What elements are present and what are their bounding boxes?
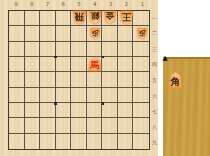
rank-label: 六 <box>151 88 159 104</box>
file-label: 4 <box>87 0 103 9</box>
pieces-layer: 飛銀金王歩歩馬 <box>8 10 150 150</box>
rank-label: 五 <box>151 72 159 88</box>
shogi-piece-3一[interactable]: 金 <box>103 10 119 26</box>
hand-piece-kanji: 角 <box>171 77 181 87</box>
shogi-piece-5一[interactable]: 飛 <box>71 10 87 26</box>
shogi-piece-1二[interactable]: 歩 <box>134 26 150 42</box>
shogi-board-background: 987654321 一二三四五六七八九 飛銀金王歩歩馬 <box>0 0 158 156</box>
rank-label: 三 <box>151 41 159 57</box>
komadai: 角 <box>163 57 210 156</box>
piece-kanji: 歩 <box>91 29 98 36</box>
file-label: 1 <box>134 0 150 9</box>
rank-label: 七 <box>151 103 159 119</box>
piece-kanji: 銀 <box>91 12 100 21</box>
sente-marker-icon: ▲ <box>163 55 168 62</box>
file-label: 3 <box>103 0 119 9</box>
piece-kanji: 飛 <box>75 12 84 21</box>
file-label: 2 <box>118 0 134 9</box>
piece-kanji: 馬 <box>90 61 99 70</box>
shogi-piece-2一[interactable]: 王 <box>118 10 134 26</box>
file-labels: 987654321 <box>8 0 150 9</box>
shogi-piece-4一[interactable]: 銀 <box>87 10 103 26</box>
piece-kanji: 金 <box>106 12 115 21</box>
shogi-piece-4二[interactable]: 歩 <box>87 26 103 42</box>
rank-label: 二 <box>151 26 159 42</box>
shogi-piece-4四[interactable]: 馬 <box>87 57 103 73</box>
piece-kanji: 歩 <box>139 29 146 36</box>
piece-kanji: 王 <box>122 12 131 21</box>
rank-label: 一 <box>151 10 159 26</box>
file-label: 5 <box>71 0 87 9</box>
rank-label: 八 <box>151 119 159 135</box>
file-label: 8 <box>24 0 40 9</box>
file-label: 9 <box>8 0 24 9</box>
hand-piece-bishop[interactable]: 角 <box>169 72 182 88</box>
file-label: 6 <box>55 0 71 9</box>
file-label: 7 <box>40 0 56 9</box>
rank-label: 九 <box>151 135 159 151</box>
rank-label: 四 <box>151 57 159 73</box>
shogi-app-window: 987654321 一二三四五六七八九 飛銀金王歩歩馬 角 ▲ <box>0 0 210 156</box>
rank-labels: 一二三四五六七八九 <box>151 10 159 150</box>
